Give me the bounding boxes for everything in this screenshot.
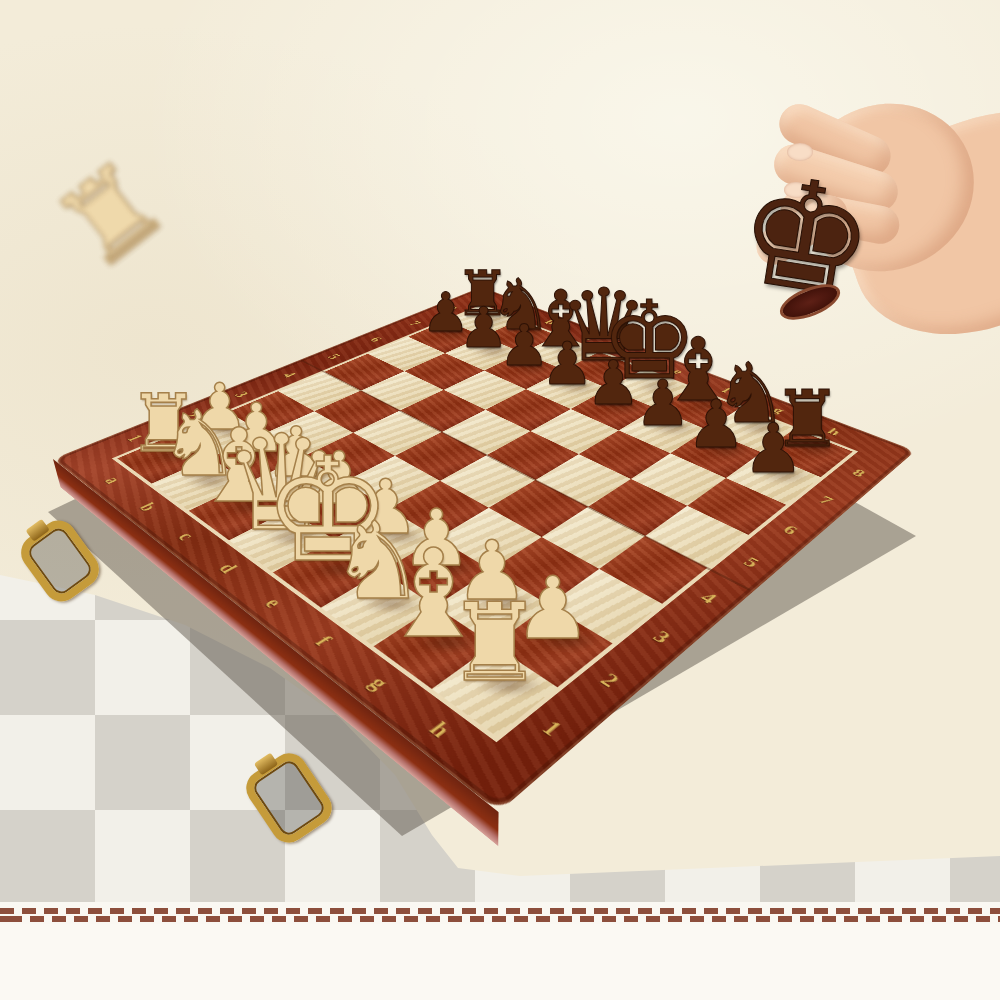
black-pawn-f7[interactable]: ♟	[635, 372, 691, 435]
black-pawn-h7[interactable]: ♟	[743, 415, 804, 483]
black-pawn-g7[interactable]: ♟	[686, 392, 745, 458]
board-scene: aa88bb77cc66dd55ee44ff33gg22hh11	[0, 0, 1000, 1000]
white-rook-h1[interactable]: ♜	[446, 589, 543, 697]
chess-set-photo: aa88bb77cc66dd55ee44ff33gg22hh11 ♜♞♝♛♚♝♞…	[0, 0, 1000, 1000]
black-pawn-e7[interactable]: ♟	[586, 352, 641, 413]
